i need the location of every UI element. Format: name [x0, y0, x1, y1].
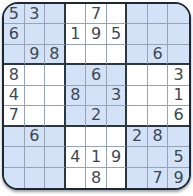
- cell-r1c7[interactable]: [127, 4, 148, 24]
- cell-r9c1[interactable]: [4, 168, 25, 188]
- cell-r9c6[interactable]: [107, 168, 128, 188]
- cell-r9c9[interactable]: 9: [168, 168, 189, 188]
- cell-r4c8[interactable]: [148, 65, 169, 85]
- cell-r5c5[interactable]: [86, 86, 107, 106]
- cell-r8c2[interactable]: [25, 147, 46, 167]
- cell-r3c3[interactable]: 8: [45, 45, 66, 65]
- cell-r5c9[interactable]: 1: [168, 86, 189, 106]
- cell-r7c8[interactable]: 8: [148, 127, 169, 147]
- cell-r7c3[interactable]: [45, 127, 66, 147]
- cell-r7c1[interactable]: [4, 127, 25, 147]
- cell-r3c1[interactable]: [4, 45, 25, 65]
- cell-r6c2[interactable]: [25, 106, 46, 126]
- cell-r8c4[interactable]: 4: [66, 147, 87, 167]
- cell-r8c3[interactable]: [45, 147, 66, 167]
- cell-r2c2[interactable]: [25, 24, 46, 44]
- cell-r6c6[interactable]: [107, 106, 128, 126]
- cell-r3c9[interactable]: [168, 45, 189, 65]
- cell-r8c8[interactable]: [148, 147, 169, 167]
- cell-r8c5[interactable]: 1: [86, 147, 107, 167]
- cell-r7c6[interactable]: [107, 127, 128, 147]
- cell-r1c5[interactable]: 7: [86, 4, 107, 24]
- cell-r1c4[interactable]: [66, 4, 87, 24]
- cell-r4c4[interactable]: [66, 65, 87, 85]
- cell-r9c2[interactable]: [25, 168, 46, 188]
- cell-r2c3[interactable]: [45, 24, 66, 44]
- cell-r4c7[interactable]: [127, 65, 148, 85]
- cell-r1c6[interactable]: [107, 4, 128, 24]
- cell-r3c2[interactable]: 9: [25, 45, 46, 65]
- cell-r5c4[interactable]: 8: [66, 86, 87, 106]
- cell-r5c7[interactable]: [127, 86, 148, 106]
- sudoku-grid: 537619598686348317266284195879: [4, 4, 189, 188]
- cell-r6c8[interactable]: [148, 106, 169, 126]
- cell-r9c4[interactable]: [66, 168, 87, 188]
- cell-r1c8[interactable]: [148, 4, 169, 24]
- cell-r4c2[interactable]: [25, 65, 46, 85]
- cell-r2c9[interactable]: [168, 24, 189, 44]
- cell-r3c5[interactable]: [86, 45, 107, 65]
- cell-r5c6[interactable]: 3: [107, 86, 128, 106]
- cell-r7c9[interactable]: [168, 127, 189, 147]
- cell-r4c3[interactable]: [45, 65, 66, 85]
- cell-r5c2[interactable]: [25, 86, 46, 106]
- cell-r3c7[interactable]: [127, 45, 148, 65]
- cell-r8c1[interactable]: [4, 147, 25, 167]
- cell-r6c1[interactable]: 7: [4, 106, 25, 126]
- cell-r2c6[interactable]: 5: [107, 24, 128, 44]
- cell-r4c9[interactable]: 3: [168, 65, 189, 85]
- cell-r9c5[interactable]: 8: [86, 168, 107, 188]
- sudoku-board: 537619598686348317266284195879: [2, 2, 191, 190]
- cell-r4c1[interactable]: 8: [4, 65, 25, 85]
- cell-r7c4[interactable]: [66, 127, 87, 147]
- cell-r1c1[interactable]: 5: [4, 4, 25, 24]
- cell-r7c7[interactable]: 2: [127, 127, 148, 147]
- cell-r5c8[interactable]: [148, 86, 169, 106]
- cell-r8c9[interactable]: 5: [168, 147, 189, 167]
- cell-r3c6[interactable]: [107, 45, 128, 65]
- cell-r2c8[interactable]: [148, 24, 169, 44]
- cell-r2c1[interactable]: 6: [4, 24, 25, 44]
- cell-r6c5[interactable]: 2: [86, 106, 107, 126]
- cell-r4c6[interactable]: [107, 65, 128, 85]
- cell-r9c3[interactable]: [45, 168, 66, 188]
- cell-r2c4[interactable]: 1: [66, 24, 87, 44]
- cell-r6c3[interactable]: [45, 106, 66, 126]
- cell-r9c8[interactable]: 7: [148, 168, 169, 188]
- cell-r2c5[interactable]: 9: [86, 24, 107, 44]
- cell-r3c4[interactable]: [66, 45, 87, 65]
- cell-r8c7[interactable]: [127, 147, 148, 167]
- cell-r4c5[interactable]: 6: [86, 65, 107, 85]
- cell-r7c5[interactable]: [86, 127, 107, 147]
- cell-r8c6[interactable]: 9: [107, 147, 128, 167]
- cell-r3c8[interactable]: 6: [148, 45, 169, 65]
- cell-r1c3[interactable]: [45, 4, 66, 24]
- cell-r1c2[interactable]: 3: [25, 4, 46, 24]
- cell-r6c9[interactable]: 6: [168, 106, 189, 126]
- cell-r9c7[interactable]: [127, 168, 148, 188]
- cell-r1c9[interactable]: [168, 4, 189, 24]
- cell-r6c7[interactable]: [127, 106, 148, 126]
- cell-r5c3[interactable]: [45, 86, 66, 106]
- cell-r2c7[interactable]: [127, 24, 148, 44]
- cell-r5c1[interactable]: 4: [4, 86, 25, 106]
- cell-r7c2[interactable]: 6: [25, 127, 46, 147]
- cell-r6c4[interactable]: [66, 106, 87, 126]
